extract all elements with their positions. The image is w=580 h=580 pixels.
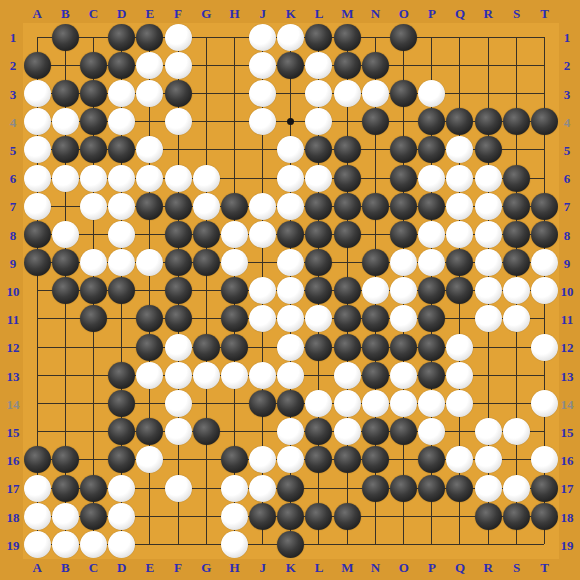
intersection[interactable] [249, 474, 277, 502]
white-stone[interactable] [24, 108, 51, 135]
black-stone[interactable] [362, 418, 389, 445]
black-stone[interactable] [334, 24, 361, 51]
white-stone[interactable] [277, 165, 304, 192]
intersection[interactable] [164, 79, 192, 107]
white-stone[interactable] [277, 362, 304, 389]
white-stone[interactable] [390, 305, 417, 332]
black-stone[interactable] [108, 52, 135, 79]
black-stone[interactable] [277, 390, 304, 417]
intersection[interactable] [502, 361, 530, 389]
white-stone[interactable] [305, 305, 332, 332]
black-stone[interactable] [362, 52, 389, 79]
intersection[interactable] [502, 474, 530, 502]
intersection[interactable] [79, 51, 107, 79]
intersection[interactable] [333, 530, 361, 558]
black-stone[interactable] [418, 305, 445, 332]
intersection[interactable] [164, 305, 192, 333]
intersection[interactable] [389, 305, 417, 333]
black-stone[interactable] [108, 136, 135, 163]
white-stone[interactable] [108, 108, 135, 135]
intersection[interactable] [389, 277, 417, 305]
white-stone[interactable] [80, 531, 107, 558]
intersection[interactable] [192, 333, 220, 361]
white-stone[interactable] [446, 221, 473, 248]
black-stone[interactable] [390, 193, 417, 220]
black-stone[interactable] [165, 193, 192, 220]
intersection[interactable] [530, 23, 558, 51]
white-stone[interactable] [531, 446, 558, 473]
intersection[interactable] [79, 136, 107, 164]
intersection[interactable] [23, 249, 51, 277]
intersection[interactable] [418, 446, 446, 474]
intersection[interactable] [446, 79, 474, 107]
white-stone[interactable] [193, 193, 220, 220]
black-stone[interactable] [136, 305, 163, 332]
intersection[interactable] [108, 136, 136, 164]
intersection[interactable] [136, 474, 164, 502]
black-stone[interactable] [531, 193, 558, 220]
intersection[interactable] [418, 108, 446, 136]
intersection[interactable] [305, 249, 333, 277]
intersection[interactable] [333, 79, 361, 107]
black-stone[interactable] [362, 108, 389, 135]
intersection[interactable] [249, 136, 277, 164]
black-stone[interactable] [24, 221, 51, 248]
intersection[interactable] [446, 51, 474, 79]
intersection[interactable] [23, 361, 51, 389]
white-stone[interactable] [24, 475, 51, 502]
intersection[interactable] [79, 164, 107, 192]
white-stone[interactable] [221, 503, 248, 530]
intersection[interactable] [51, 136, 79, 164]
white-stone[interactable] [52, 165, 79, 192]
black-stone[interactable] [503, 193, 530, 220]
black-stone[interactable] [446, 475, 473, 502]
intersection[interactable] [530, 277, 558, 305]
intersection[interactable] [333, 361, 361, 389]
white-stone[interactable] [475, 446, 502, 473]
intersection[interactable] [530, 249, 558, 277]
intersection[interactable] [249, 333, 277, 361]
intersection[interactable] [474, 51, 502, 79]
intersection[interactable] [79, 79, 107, 107]
intersection[interactable] [361, 305, 389, 333]
intersection[interactable] [220, 51, 248, 79]
intersection[interactable] [502, 108, 530, 136]
intersection[interactable] [249, 79, 277, 107]
white-stone[interactable] [165, 390, 192, 417]
intersection[interactable] [23, 502, 51, 530]
white-stone[interactable] [446, 165, 473, 192]
intersection[interactable] [192, 361, 220, 389]
intersection[interactable] [220, 305, 248, 333]
intersection[interactable] [220, 389, 248, 417]
intersection[interactable] [474, 136, 502, 164]
intersection[interactable] [51, 249, 79, 277]
intersection[interactable] [277, 249, 305, 277]
black-stone[interactable] [475, 108, 502, 135]
intersection[interactable] [389, 418, 417, 446]
intersection[interactable] [79, 474, 107, 502]
intersection[interactable] [361, 389, 389, 417]
intersection[interactable] [418, 474, 446, 502]
intersection[interactable] [108, 474, 136, 502]
black-stone[interactable] [531, 503, 558, 530]
black-stone[interactable] [334, 503, 361, 530]
white-stone[interactable] [108, 503, 135, 530]
intersection[interactable] [136, 136, 164, 164]
intersection[interactable] [530, 192, 558, 220]
intersection[interactable] [277, 530, 305, 558]
intersection[interactable] [51, 530, 79, 558]
black-stone[interactable] [24, 249, 51, 276]
black-stone[interactable] [52, 446, 79, 473]
intersection[interactable] [389, 249, 417, 277]
black-stone[interactable] [52, 24, 79, 51]
intersection[interactable] [192, 277, 220, 305]
intersection[interactable] [51, 220, 79, 248]
intersection[interactable] [277, 192, 305, 220]
intersection[interactable] [164, 446, 192, 474]
intersection[interactable] [474, 220, 502, 248]
intersection[interactable] [249, 418, 277, 446]
intersection[interactable] [530, 164, 558, 192]
white-stone[interactable] [446, 334, 473, 361]
black-stone[interactable] [108, 418, 135, 445]
intersection[interactable] [277, 474, 305, 502]
white-stone[interactable] [475, 193, 502, 220]
black-stone[interactable] [277, 503, 304, 530]
intersection[interactable] [474, 389, 502, 417]
intersection[interactable] [446, 446, 474, 474]
intersection[interactable] [51, 108, 79, 136]
intersection[interactable] [333, 418, 361, 446]
intersection[interactable] [389, 333, 417, 361]
intersection[interactable] [361, 249, 389, 277]
black-stone[interactable] [390, 475, 417, 502]
intersection[interactable] [418, 389, 446, 417]
intersection[interactable] [220, 502, 248, 530]
intersection[interactable] [136, 502, 164, 530]
black-stone[interactable] [80, 503, 107, 530]
intersection[interactable] [136, 305, 164, 333]
black-stone[interactable] [362, 193, 389, 220]
intersection[interactable] [277, 389, 305, 417]
intersection[interactable] [361, 474, 389, 502]
intersection[interactable] [192, 305, 220, 333]
white-stone[interactable] [531, 334, 558, 361]
white-stone[interactable] [418, 249, 445, 276]
black-stone[interactable] [24, 52, 51, 79]
intersection[interactable] [79, 446, 107, 474]
intersection[interactable] [220, 418, 248, 446]
black-stone[interactable] [193, 221, 220, 248]
intersection[interactable] [79, 389, 107, 417]
intersection[interactable] [23, 474, 51, 502]
intersection[interactable] [474, 23, 502, 51]
intersection[interactable] [108, 530, 136, 558]
white-stone[interactable] [24, 193, 51, 220]
intersection[interactable] [305, 108, 333, 136]
black-stone[interactable] [334, 136, 361, 163]
intersection[interactable] [502, 192, 530, 220]
black-stone[interactable] [165, 80, 192, 107]
intersection[interactable] [418, 164, 446, 192]
intersection[interactable] [446, 23, 474, 51]
intersection[interactable] [220, 136, 248, 164]
black-stone[interactable] [531, 108, 558, 135]
intersection[interactable] [474, 474, 502, 502]
black-stone[interactable] [362, 249, 389, 276]
intersection[interactable] [136, 361, 164, 389]
intersection[interactable] [220, 108, 248, 136]
black-stone[interactable] [165, 305, 192, 332]
intersection[interactable] [220, 164, 248, 192]
intersection[interactable] [530, 79, 558, 107]
intersection[interactable] [79, 192, 107, 220]
black-stone[interactable] [277, 531, 304, 558]
intersection[interactable] [446, 389, 474, 417]
intersection[interactable] [530, 305, 558, 333]
intersection[interactable] [164, 220, 192, 248]
black-stone[interactable] [305, 334, 332, 361]
black-stone[interactable] [165, 277, 192, 304]
intersection[interactable] [192, 192, 220, 220]
intersection[interactable] [136, 530, 164, 558]
white-stone[interactable] [80, 193, 107, 220]
black-stone[interactable] [136, 334, 163, 361]
black-stone[interactable] [305, 503, 332, 530]
intersection[interactable] [389, 530, 417, 558]
intersection[interactable] [389, 474, 417, 502]
intersection[interactable] [164, 502, 192, 530]
intersection[interactable] [305, 136, 333, 164]
black-stone[interactable] [362, 334, 389, 361]
intersection[interactable] [333, 474, 361, 502]
black-stone[interactable] [108, 24, 135, 51]
intersection[interactable] [192, 164, 220, 192]
white-stone[interactable] [193, 165, 220, 192]
intersection[interactable] [502, 249, 530, 277]
intersection[interactable] [277, 418, 305, 446]
black-stone[interactable] [80, 52, 107, 79]
intersection[interactable] [192, 136, 220, 164]
intersection[interactable] [51, 79, 79, 107]
intersection[interactable] [79, 23, 107, 51]
intersection[interactable] [389, 361, 417, 389]
black-stone[interactable] [80, 277, 107, 304]
intersection[interactable] [51, 418, 79, 446]
white-stone[interactable] [446, 446, 473, 473]
white-stone[interactable] [418, 80, 445, 107]
white-stone[interactable] [446, 193, 473, 220]
intersection[interactable] [23, 79, 51, 107]
intersection[interactable] [192, 249, 220, 277]
intersection[interactable] [474, 79, 502, 107]
intersection[interactable] [305, 389, 333, 417]
intersection[interactable] [418, 23, 446, 51]
white-stone[interactable] [305, 390, 332, 417]
white-stone[interactable] [249, 52, 276, 79]
intersection[interactable] [51, 389, 79, 417]
white-stone[interactable] [277, 249, 304, 276]
intersection[interactable] [23, 333, 51, 361]
black-stone[interactable] [418, 362, 445, 389]
white-stone[interactable] [277, 277, 304, 304]
intersection[interactable] [389, 51, 417, 79]
white-stone[interactable] [136, 52, 163, 79]
intersection[interactable] [474, 192, 502, 220]
black-stone[interactable] [52, 249, 79, 276]
intersection[interactable] [23, 108, 51, 136]
intersection[interactable] [164, 249, 192, 277]
white-stone[interactable] [136, 136, 163, 163]
white-stone[interactable] [249, 475, 276, 502]
white-stone[interactable] [305, 80, 332, 107]
intersection[interactable] [249, 192, 277, 220]
intersection[interactable] [23, 51, 51, 79]
intersection[interactable] [333, 164, 361, 192]
intersection[interactable] [79, 305, 107, 333]
intersection[interactable] [389, 136, 417, 164]
intersection[interactable] [418, 220, 446, 248]
black-stone[interactable] [475, 503, 502, 530]
intersection[interactable] [192, 220, 220, 248]
white-stone[interactable] [165, 52, 192, 79]
black-stone[interactable] [221, 277, 248, 304]
intersection[interactable] [108, 502, 136, 530]
intersection[interactable] [333, 305, 361, 333]
intersection[interactable] [361, 502, 389, 530]
intersection[interactable] [164, 389, 192, 417]
white-stone[interactable] [52, 531, 79, 558]
white-stone[interactable] [52, 108, 79, 135]
intersection[interactable] [474, 502, 502, 530]
intersection[interactable] [23, 305, 51, 333]
black-stone[interactable] [277, 52, 304, 79]
intersection[interactable] [249, 164, 277, 192]
black-stone[interactable] [52, 136, 79, 163]
black-stone[interactable] [136, 193, 163, 220]
intersection[interactable] [108, 446, 136, 474]
intersection[interactable] [502, 220, 530, 248]
black-stone[interactable] [503, 221, 530, 248]
intersection[interactable] [418, 51, 446, 79]
black-stone[interactable] [390, 80, 417, 107]
white-stone[interactable] [446, 390, 473, 417]
intersection[interactable] [333, 389, 361, 417]
intersection[interactable] [361, 333, 389, 361]
intersection[interactable] [389, 389, 417, 417]
intersection[interactable] [23, 389, 51, 417]
black-stone[interactable] [136, 418, 163, 445]
intersection[interactable] [164, 136, 192, 164]
intersection[interactable] [530, 502, 558, 530]
intersection[interactable] [23, 192, 51, 220]
white-stone[interactable] [390, 277, 417, 304]
intersection[interactable] [249, 389, 277, 417]
intersection[interactable] [333, 249, 361, 277]
white-stone[interactable] [418, 165, 445, 192]
intersection[interactable] [361, 108, 389, 136]
white-stone[interactable] [193, 362, 220, 389]
intersection[interactable] [51, 164, 79, 192]
intersection[interactable] [474, 249, 502, 277]
black-stone[interactable] [418, 334, 445, 361]
intersection[interactable] [305, 23, 333, 51]
intersection[interactable] [249, 305, 277, 333]
intersection[interactable] [51, 502, 79, 530]
black-stone[interactable] [221, 446, 248, 473]
intersection[interactable] [502, 418, 530, 446]
black-stone[interactable] [165, 249, 192, 276]
white-stone[interactable] [475, 165, 502, 192]
intersection[interactable] [164, 474, 192, 502]
intersection[interactable] [474, 418, 502, 446]
intersection[interactable] [305, 446, 333, 474]
intersection[interactable] [418, 79, 446, 107]
intersection[interactable] [136, 23, 164, 51]
black-stone[interactable] [52, 80, 79, 107]
intersection[interactable] [418, 192, 446, 220]
intersection[interactable] [333, 51, 361, 79]
intersection[interactable] [108, 305, 136, 333]
intersection[interactable] [446, 474, 474, 502]
intersection[interactable] [164, 361, 192, 389]
black-stone[interactable] [362, 362, 389, 389]
white-stone[interactable] [24, 531, 51, 558]
intersection[interactable] [23, 446, 51, 474]
white-stone[interactable] [277, 193, 304, 220]
intersection[interactable] [502, 164, 530, 192]
intersection[interactable] [502, 277, 530, 305]
intersection[interactable] [530, 136, 558, 164]
white-stone[interactable] [475, 277, 502, 304]
white-stone[interactable] [475, 305, 502, 332]
black-stone[interactable] [305, 418, 332, 445]
black-stone[interactable] [531, 221, 558, 248]
intersection[interactable] [164, 333, 192, 361]
intersection[interactable] [418, 361, 446, 389]
intersection[interactable] [277, 79, 305, 107]
intersection[interactable] [192, 79, 220, 107]
white-stone[interactable] [249, 108, 276, 135]
intersection[interactable] [361, 361, 389, 389]
white-stone[interactable] [249, 80, 276, 107]
black-stone[interactable] [362, 446, 389, 473]
intersection[interactable] [220, 446, 248, 474]
intersection[interactable] [51, 192, 79, 220]
black-stone[interactable] [446, 249, 473, 276]
intersection[interactable] [361, 418, 389, 446]
white-stone[interactable] [334, 418, 361, 445]
intersection[interactable] [136, 389, 164, 417]
intersection[interactable] [249, 446, 277, 474]
intersection[interactable] [136, 164, 164, 192]
intersection[interactable] [530, 530, 558, 558]
intersection[interactable] [305, 220, 333, 248]
intersection[interactable] [79, 220, 107, 248]
white-stone[interactable] [531, 390, 558, 417]
white-stone[interactable] [24, 80, 51, 107]
intersection[interactable] [418, 136, 446, 164]
intersection[interactable] [446, 164, 474, 192]
intersection[interactable] [277, 108, 305, 136]
intersection[interactable] [502, 333, 530, 361]
intersection[interactable] [79, 108, 107, 136]
white-stone[interactable] [221, 531, 248, 558]
intersection[interactable] [446, 220, 474, 248]
